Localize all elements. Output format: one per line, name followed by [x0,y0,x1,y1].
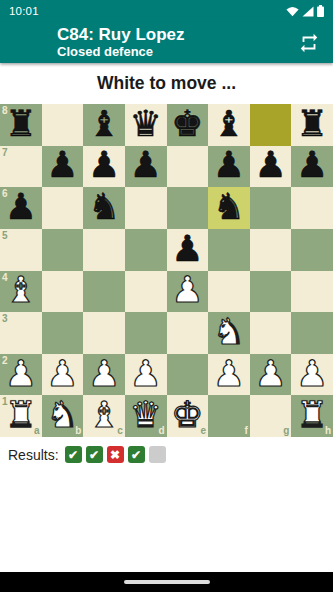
result-5-pending-icon [149,446,166,463]
square-b3[interactable] [42,312,84,354]
piece-white-rook: ♜ [5,397,37,433]
cellular-signal-icon [302,6,314,17]
square-e1[interactable]: e♚ [167,395,209,437]
square-a2[interactable]: 2♟ [0,354,42,396]
square-h3[interactable] [291,312,333,354]
piece-black-pawn: ♟ [5,189,37,225]
piece-white-pawn: ♟ [5,356,37,392]
piece-black-pawn: ♟ [213,147,245,183]
result-1-correct-icon: ✔ [65,446,82,463]
opening-subtitle: Closed defence [57,45,185,60]
square-a8[interactable]: 8♜ [0,104,42,146]
square-h2[interactable]: ♟ [291,354,333,396]
square-b4[interactable] [42,271,84,313]
app-bar-titles: C84: Ruy Lopez Closed defence [57,25,185,60]
result-2-correct-icon: ✔ [86,446,103,463]
rank-label-7: 7 [2,148,8,158]
square-f8[interactable]: ♝ [208,104,250,146]
status-bar: 10:01 [0,0,333,22]
square-e5[interactable]: ♟ [167,229,209,271]
square-g3[interactable] [250,312,292,354]
square-c5[interactable] [83,229,125,271]
square-f6[interactable]: ♞ [208,187,250,229]
square-e2[interactable] [167,354,209,396]
piece-black-pawn: ♟ [46,147,78,183]
repeat-button[interactable] [295,29,323,57]
clock: 10:01 [9,5,39,17]
square-g1[interactable]: g [250,395,292,437]
piece-white-knight: ♞ [213,314,245,350]
square-b6[interactable] [42,187,84,229]
piece-black-bishop: ♝ [213,106,245,142]
square-a3[interactable]: 3 [0,312,42,354]
piece-white-pawn: ♟ [254,356,286,392]
square-g5[interactable] [250,229,292,271]
square-f1[interactable]: f [208,395,250,437]
square-h1[interactable]: h♜ [291,395,333,437]
square-f3[interactable]: ♞ [208,312,250,354]
piece-black-knight: ♞ [213,189,245,225]
square-e7[interactable] [167,146,209,188]
gesture-pill[interactable] [124,580,210,584]
piece-white-pawn: ♟ [130,356,162,392]
square-e6[interactable] [167,187,209,229]
square-f2[interactable]: ♟ [208,354,250,396]
square-d6[interactable] [125,187,167,229]
piece-white-king: ♚ [171,397,203,433]
status-icons [286,5,324,17]
piece-black-bishop: ♝ [88,106,120,142]
result-4-correct-icon: ✔ [128,446,145,463]
piece-black-king: ♚ [171,106,203,142]
piece-black-rook: ♜ [296,106,328,142]
square-d5[interactable] [125,229,167,271]
square-b8[interactable] [42,104,84,146]
piece-black-pawn: ♟ [88,147,120,183]
square-h5[interactable] [291,229,333,271]
square-d8[interactable]: ♛ [125,104,167,146]
piece-white-pawn: ♟ [171,272,203,308]
square-b5[interactable] [42,229,84,271]
app-screen: 10:01 C84: Ruy Lopez Closed defence Wh [0,0,333,592]
square-g2[interactable]: ♟ [250,354,292,396]
piece-black-pawn: ♟ [171,231,203,267]
results-label: Results: [8,447,59,463]
square-f5[interactable] [208,229,250,271]
square-b2[interactable]: ♟ [42,354,84,396]
square-d7[interactable]: ♟ [125,146,167,188]
square-a1[interactable]: 1a♜ [0,395,42,437]
square-g8[interactable] [250,104,292,146]
piece-white-bishop: ♝ [88,397,120,433]
rank-label-3: 3 [2,314,8,324]
square-f4[interactable] [208,271,250,313]
piece-white-pawn: ♟ [296,356,328,392]
square-e8[interactable]: ♚ [167,104,209,146]
square-a5[interactable]: 5 [0,229,42,271]
piece-white-knight: ♞ [46,397,78,433]
square-h6[interactable] [291,187,333,229]
repeat-icon [298,32,320,54]
square-c3[interactable] [83,312,125,354]
square-h8[interactable]: ♜ [291,104,333,146]
piece-white-queen: ♛ [130,397,162,433]
square-a7[interactable]: 7 [0,146,42,188]
results-icons: ✔✔✖✔ [65,446,170,463]
square-d4[interactable] [125,271,167,313]
square-c6[interactable]: ♞ [83,187,125,229]
piece-black-pawn: ♟ [254,147,286,183]
piece-black-knight: ♞ [88,189,120,225]
piece-white-bishop: ♝ [5,272,37,308]
empty-space [0,463,333,572]
square-e4[interactable]: ♟ [167,271,209,313]
square-d1[interactable]: d♛ [125,395,167,437]
square-h4[interactable] [291,271,333,313]
square-a4[interactable]: 4♝ [0,271,42,313]
battery-icon [317,5,324,17]
square-a6[interactable]: 6♟ [0,187,42,229]
result-3-incorrect-icon: ✖ [107,446,124,463]
piece-white-pawn: ♟ [46,356,78,392]
piece-white-rook: ♜ [296,397,328,433]
square-c8[interactable]: ♝ [83,104,125,146]
piece-black-pawn: ♟ [296,147,328,183]
piece-black-rook: ♜ [5,106,37,142]
app-bar: C84: Ruy Lopez Closed defence [0,22,333,63]
square-d3[interactable] [125,312,167,354]
square-g6[interactable] [250,187,292,229]
square-c4[interactable] [83,271,125,313]
piece-black-queen: ♛ [130,106,162,142]
move-prompt: White to move ... [0,63,333,104]
chess-board: 8♜♝♛♚♝♜7♟♟♟♟♟♟6♟♞♞5♟4♝♟3♞2♟♟♟♟♟♟♟1a♜b♞c♝… [0,104,333,437]
file-label-g: g [283,426,289,436]
square-f7[interactable]: ♟ [208,146,250,188]
square-c7[interactable]: ♟ [83,146,125,188]
results-row: Results: ✔✔✖✔ [8,446,333,463]
opening-title: C84: Ruy Lopez [57,25,185,45]
square-g4[interactable] [250,271,292,313]
square-b7[interactable]: ♟ [42,146,84,188]
navigation-bar [0,572,333,592]
square-h7[interactable]: ♟ [291,146,333,188]
rank-label-5: 5 [2,231,8,241]
wifi-icon [286,6,299,17]
square-b1[interactable]: b♞ [42,395,84,437]
file-label-f: f [244,426,247,436]
square-c1[interactable]: c♝ [83,395,125,437]
piece-black-pawn: ♟ [130,147,162,183]
square-g7[interactable]: ♟ [250,146,292,188]
square-c2[interactable]: ♟ [83,354,125,396]
piece-white-pawn: ♟ [213,356,245,392]
piece-white-pawn: ♟ [88,356,120,392]
square-d2[interactable]: ♟ [125,354,167,396]
square-e3[interactable] [167,312,209,354]
